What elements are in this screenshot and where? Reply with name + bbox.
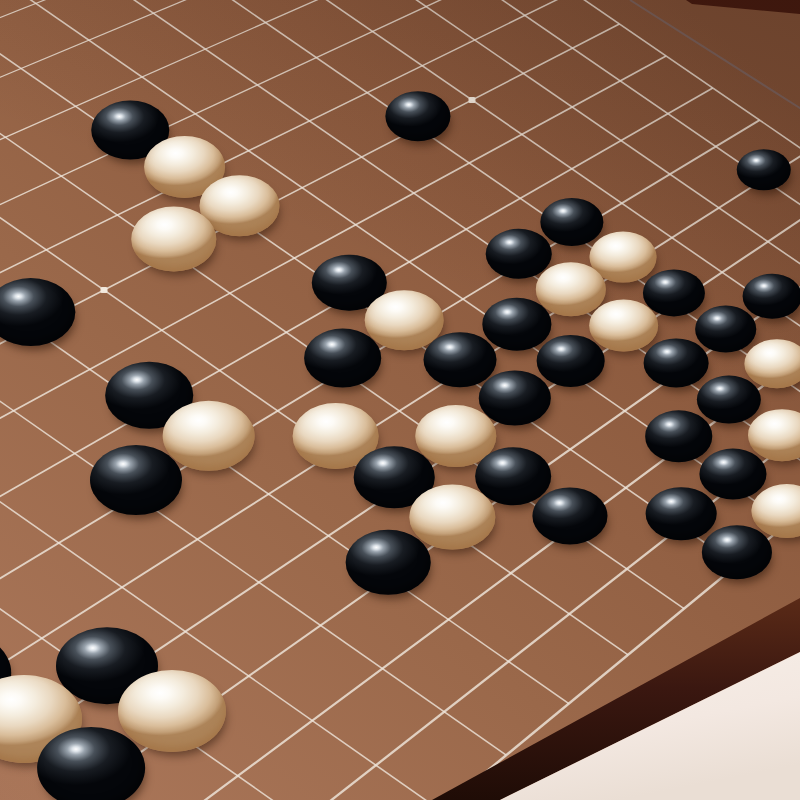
go-stone-white[interactable] xyxy=(410,485,495,550)
go-stone-black[interactable] xyxy=(304,328,382,387)
go-stone-black[interactable] xyxy=(736,149,791,190)
go-stone-white[interactable] xyxy=(163,401,256,471)
go-stone-white[interactable] xyxy=(752,484,800,538)
go-stone-white[interactable] xyxy=(745,339,800,389)
go-stone-black[interactable] xyxy=(482,298,551,351)
go-stone-black[interactable] xyxy=(37,727,145,800)
go-stone-black[interactable] xyxy=(423,332,496,388)
go-board-photo xyxy=(0,0,800,800)
go-stone-black[interactable] xyxy=(540,198,603,246)
go-stone-black[interactable] xyxy=(485,228,552,279)
go-stone-black[interactable] xyxy=(646,487,717,541)
go-stone-white[interactable] xyxy=(118,670,226,752)
go-stone-black[interactable] xyxy=(346,530,431,594)
go-stone-black[interactable] xyxy=(743,274,800,319)
go-stone-black[interactable] xyxy=(699,448,766,499)
go-stone-black[interactable] xyxy=(532,487,607,544)
go-stone-black[interactable] xyxy=(479,371,551,426)
stone-layer xyxy=(0,0,800,800)
go-stone-white[interactable] xyxy=(131,206,216,271)
go-stone-white[interactable] xyxy=(589,299,659,352)
go-stone-white[interactable] xyxy=(536,262,606,315)
go-stone-black[interactable] xyxy=(475,447,551,505)
go-stone-black[interactable] xyxy=(386,91,451,141)
go-stone-black[interactable] xyxy=(697,375,761,424)
go-stone-black[interactable] xyxy=(0,278,75,346)
go-stone-black[interactable] xyxy=(645,411,713,462)
go-stone-black[interactable] xyxy=(536,335,605,387)
go-stone-white[interactable] xyxy=(748,410,800,462)
go-stone-black[interactable] xyxy=(695,305,757,352)
go-stone-black[interactable] xyxy=(644,338,709,387)
go-stone-black[interactable] xyxy=(90,445,182,515)
go-stone-black[interactable] xyxy=(702,526,772,579)
